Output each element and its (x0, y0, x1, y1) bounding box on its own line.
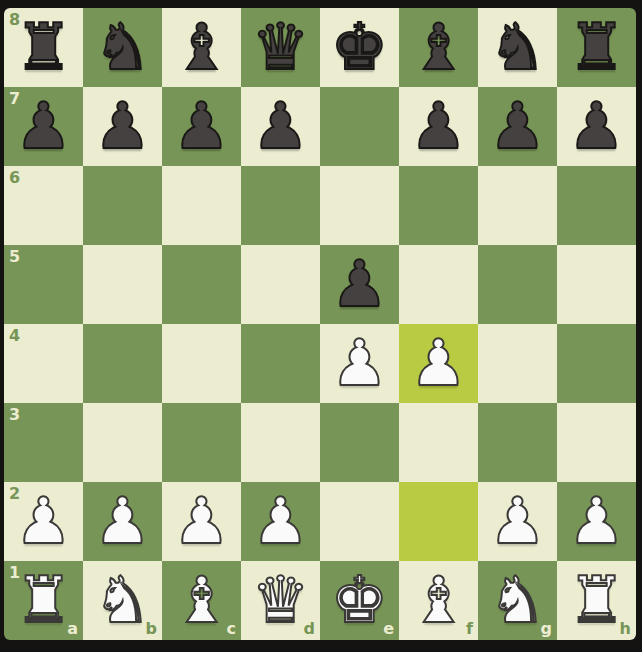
square-f5[interactable] (399, 245, 478, 324)
piece-black-king[interactable]: ♚ (320, 8, 399, 87)
piece-white-pawn[interactable]: ♟ (83, 482, 162, 561)
chess-board[interactable]: 8♜♞♝♛♚♝♞♜7♟♟♟♟♟♟♟65♟4♟♟32♟♟♟♟♟♟1a♜b♞c♝d♛… (4, 8, 636, 640)
piece-black-rook[interactable]: ♜ (557, 8, 636, 87)
piece-white-bishop[interactable]: ♝ (399, 561, 478, 640)
square-g6[interactable] (478, 166, 557, 245)
square-d7[interactable]: ♟ (241, 87, 320, 166)
square-e2[interactable] (320, 482, 399, 561)
square-e7[interactable] (320, 87, 399, 166)
square-e6[interactable] (320, 166, 399, 245)
piece-white-knight[interactable]: ♞ (83, 561, 162, 640)
square-e1[interactable]: e♚ (320, 561, 399, 640)
square-g5[interactable] (478, 245, 557, 324)
square-d2[interactable]: ♟ (241, 482, 320, 561)
square-c8[interactable]: ♝ (162, 8, 241, 87)
square-d6[interactable] (241, 166, 320, 245)
piece-black-pawn[interactable]: ♟ (320, 245, 399, 324)
square-h5[interactable] (557, 245, 636, 324)
square-d5[interactable] (241, 245, 320, 324)
piece-white-pawn[interactable]: ♟ (241, 482, 320, 561)
square-b3[interactable] (83, 403, 162, 482)
piece-white-rook[interactable]: ♜ (4, 561, 83, 640)
piece-white-queen[interactable]: ♛ (241, 561, 320, 640)
square-b6[interactable] (83, 166, 162, 245)
piece-white-bishop[interactable]: ♝ (162, 561, 241, 640)
piece-white-pawn[interactable]: ♟ (557, 482, 636, 561)
square-f8[interactable]: ♝ (399, 8, 478, 87)
square-d8[interactable]: ♛ (241, 8, 320, 87)
square-f2[interactable] (399, 482, 478, 561)
square-b2[interactable]: ♟ (83, 482, 162, 561)
square-f4[interactable]: ♟ (399, 324, 478, 403)
square-e8[interactable]: ♚ (320, 8, 399, 87)
square-g1[interactable]: g♞ (478, 561, 557, 640)
square-c5[interactable] (162, 245, 241, 324)
square-b1[interactable]: b♞ (83, 561, 162, 640)
square-a1[interactable]: 1a♜ (4, 561, 83, 640)
square-f1[interactable]: f♝ (399, 561, 478, 640)
square-g3[interactable] (478, 403, 557, 482)
square-a8[interactable]: 8♜ (4, 8, 83, 87)
square-g7[interactable]: ♟ (478, 87, 557, 166)
square-a2[interactable]: 2♟ (4, 482, 83, 561)
piece-black-pawn[interactable]: ♟ (83, 87, 162, 166)
square-b5[interactable] (83, 245, 162, 324)
square-e3[interactable] (320, 403, 399, 482)
piece-black-pawn[interactable]: ♟ (557, 87, 636, 166)
square-b8[interactable]: ♞ (83, 8, 162, 87)
piece-white-pawn[interactable]: ♟ (399, 324, 478, 403)
square-d1[interactable]: d♛ (241, 561, 320, 640)
piece-black-pawn[interactable]: ♟ (162, 87, 241, 166)
piece-black-pawn[interactable]: ♟ (399, 87, 478, 166)
square-e5[interactable]: ♟ (320, 245, 399, 324)
piece-black-pawn[interactable]: ♟ (4, 87, 83, 166)
square-c1[interactable]: c♝ (162, 561, 241, 640)
square-h6[interactable] (557, 166, 636, 245)
rank-label-6: 6 (9, 170, 20, 186)
square-f7[interactable]: ♟ (399, 87, 478, 166)
square-a4[interactable]: 4 (4, 324, 83, 403)
piece-white-pawn[interactable]: ♟ (162, 482, 241, 561)
square-h3[interactable] (557, 403, 636, 482)
square-a5[interactable]: 5 (4, 245, 83, 324)
square-g4[interactable] (478, 324, 557, 403)
square-c6[interactable] (162, 166, 241, 245)
square-d3[interactable] (241, 403, 320, 482)
piece-black-queen[interactable]: ♛ (241, 8, 320, 87)
square-f3[interactable] (399, 403, 478, 482)
square-f6[interactable] (399, 166, 478, 245)
square-e4[interactable]: ♟ (320, 324, 399, 403)
piece-black-bishop[interactable]: ♝ (162, 8, 241, 87)
rank-label-3: 3 (9, 407, 20, 423)
piece-white-knight[interactable]: ♞ (478, 561, 557, 640)
piece-black-bishop[interactable]: ♝ (399, 8, 478, 87)
rank-label-5: 5 (9, 249, 20, 265)
square-h4[interactable] (557, 324, 636, 403)
square-g8[interactable]: ♞ (478, 8, 557, 87)
piece-black-pawn[interactable]: ♟ (241, 87, 320, 166)
square-b4[interactable] (83, 324, 162, 403)
square-c4[interactable] (162, 324, 241, 403)
piece-white-rook[interactable]: ♜ (557, 561, 636, 640)
square-d4[interactable] (241, 324, 320, 403)
board-frame: 8♜♞♝♛♚♝♞♜7♟♟♟♟♟♟♟65♟4♟♟32♟♟♟♟♟♟1a♜b♞c♝d♛… (0, 0, 642, 652)
piece-white-pawn[interactable]: ♟ (4, 482, 83, 561)
piece-white-pawn[interactable]: ♟ (320, 324, 399, 403)
piece-white-pawn[interactable]: ♟ (478, 482, 557, 561)
square-g2[interactable]: ♟ (478, 482, 557, 561)
square-a7[interactable]: 7♟ (4, 87, 83, 166)
square-b7[interactable]: ♟ (83, 87, 162, 166)
piece-black-pawn[interactable]: ♟ (478, 87, 557, 166)
square-a3[interactable]: 3 (4, 403, 83, 482)
square-h1[interactable]: h♜ (557, 561, 636, 640)
square-h7[interactable]: ♟ (557, 87, 636, 166)
rank-label-4: 4 (9, 328, 20, 344)
piece-black-knight[interactable]: ♞ (478, 8, 557, 87)
square-h2[interactable]: ♟ (557, 482, 636, 561)
piece-white-king[interactable]: ♚ (320, 561, 399, 640)
piece-black-knight[interactable]: ♞ (83, 8, 162, 87)
square-c7[interactable]: ♟ (162, 87, 241, 166)
piece-black-rook[interactable]: ♜ (4, 8, 83, 87)
square-a6[interactable]: 6 (4, 166, 83, 245)
square-h8[interactable]: ♜ (557, 8, 636, 87)
square-c2[interactable]: ♟ (162, 482, 241, 561)
square-c3[interactable] (162, 403, 241, 482)
